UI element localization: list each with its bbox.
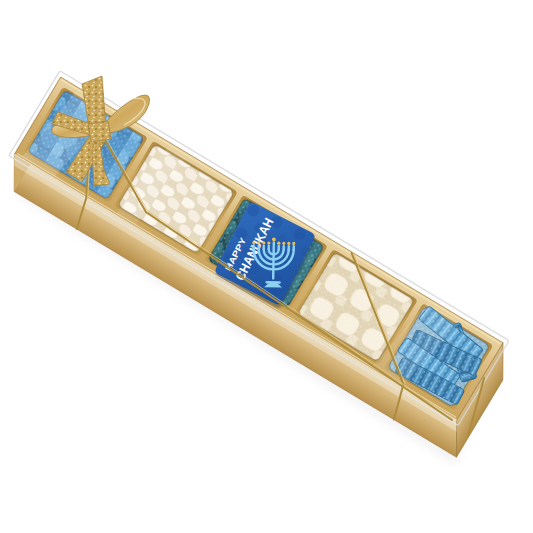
bow-knot xyxy=(88,121,111,142)
product-photo-scene: HAPPY CHANUKAH xyxy=(0,0,533,533)
gift-box-illustration: HAPPY CHANUKAH xyxy=(0,0,533,533)
